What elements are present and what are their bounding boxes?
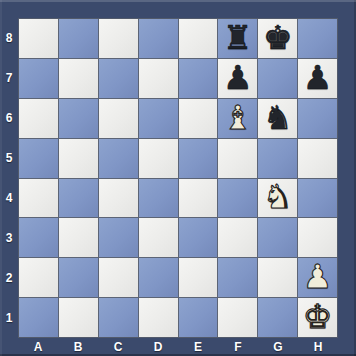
square-c5[interactable] [99,139,138,178]
file-label-f: F [218,338,258,356]
file-labels: ABCDEFGH [18,338,338,356]
rank-label-7: 7 [0,58,18,98]
square-a4[interactable] [19,179,58,218]
square-g7[interactable] [258,59,297,98]
square-b1[interactable] [59,298,98,337]
file-label-d: D [138,338,178,356]
rank-label-4: 4 [0,178,18,218]
square-g2[interactable] [258,258,297,297]
rank-label-6: 6 [0,98,18,138]
square-g4[interactable]: ♞ [258,179,297,218]
file-label-h: H [298,338,338,356]
square-c2[interactable] [99,258,138,297]
square-c8[interactable] [99,19,138,58]
square-h7[interactable]: ♟ [298,59,337,98]
square-a3[interactable] [19,218,58,257]
piece-black-rook-f8[interactable]: ♜ [223,21,253,54]
square-c6[interactable] [99,99,138,138]
square-e5[interactable] [179,139,218,178]
rank-label-8: 8 [0,18,18,58]
square-a6[interactable] [19,99,58,138]
square-f5[interactable] [218,139,257,178]
square-e4[interactable] [179,179,218,218]
square-f7[interactable]: ♟ [218,59,257,98]
square-h8[interactable] [298,19,337,58]
piece-black-pawn-f7[interactable]: ♟ [223,61,253,94]
rank-label-3: 3 [0,218,18,258]
square-g3[interactable] [258,218,297,257]
square-a8[interactable] [19,19,58,58]
file-label-e: E [178,338,218,356]
square-e1[interactable] [179,298,218,337]
square-c3[interactable] [99,218,138,257]
square-f6[interactable]: ♝ [218,99,257,138]
square-c7[interactable] [99,59,138,98]
square-d7[interactable] [139,59,178,98]
square-b5[interactable] [59,139,98,178]
piece-white-knight-g4[interactable]: ♞ [263,180,293,213]
square-b7[interactable] [59,59,98,98]
square-c4[interactable] [99,179,138,218]
square-g6[interactable]: ♞ [258,99,297,138]
square-c1[interactable] [99,298,138,337]
square-b2[interactable] [59,258,98,297]
square-h5[interactable] [298,139,337,178]
square-b3[interactable] [59,218,98,257]
square-h4[interactable] [298,179,337,218]
square-f3[interactable] [218,218,257,257]
square-d6[interactable] [139,99,178,138]
square-h2[interactable]: ♟ [298,258,337,297]
piece-black-pawn-h7[interactable]: ♟ [303,61,333,94]
square-a2[interactable] [19,258,58,297]
square-d8[interactable] [139,19,178,58]
square-a5[interactable] [19,139,58,178]
square-f8[interactable]: ♜ [218,19,257,58]
square-b4[interactable] [59,179,98,218]
square-d4[interactable] [139,179,178,218]
square-g8[interactable]: ♚ [258,19,297,58]
square-a7[interactable] [19,59,58,98]
square-d5[interactable] [139,139,178,178]
square-f4[interactable] [218,179,257,218]
square-d3[interactable] [139,218,178,257]
piece-black-knight-g6[interactable]: ♞ [263,101,293,134]
square-h6[interactable] [298,99,337,138]
chess-board-frame: 87654321 ♜♚♟♟♝♞♞♟♚ ABCDEFGH [0,0,356,356]
piece-white-bishop-f6[interactable]: ♝ [223,101,253,134]
square-a1[interactable] [19,298,58,337]
square-e2[interactable] [179,258,218,297]
square-g1[interactable] [258,298,297,337]
file-label-c: C [98,338,138,356]
square-b6[interactable] [59,99,98,138]
piece-black-king-g8[interactable]: ♚ [263,21,293,54]
square-e6[interactable] [179,99,218,138]
rank-label-5: 5 [0,138,18,178]
piece-white-king-h1[interactable]: ♚ [303,300,333,333]
square-b8[interactable] [59,19,98,58]
rank-labels: 87654321 [0,18,18,338]
piece-white-pawn-h2[interactable]: ♟ [303,260,333,293]
rank-label-1: 1 [0,298,18,338]
square-d1[interactable] [139,298,178,337]
file-label-a: A [18,338,58,356]
square-e3[interactable] [179,218,218,257]
file-label-g: G [258,338,298,356]
square-h1[interactable]: ♚ [298,298,337,337]
square-e7[interactable] [179,59,218,98]
square-g5[interactable] [258,139,297,178]
chess-board: ♜♚♟♟♝♞♞♟♚ [18,18,338,338]
square-e8[interactable] [179,19,218,58]
rank-label-2: 2 [0,258,18,298]
file-label-b: B [58,338,98,356]
square-h3[interactable] [298,218,337,257]
square-f2[interactable] [218,258,257,297]
square-f1[interactable] [218,298,257,337]
square-d2[interactable] [139,258,178,297]
